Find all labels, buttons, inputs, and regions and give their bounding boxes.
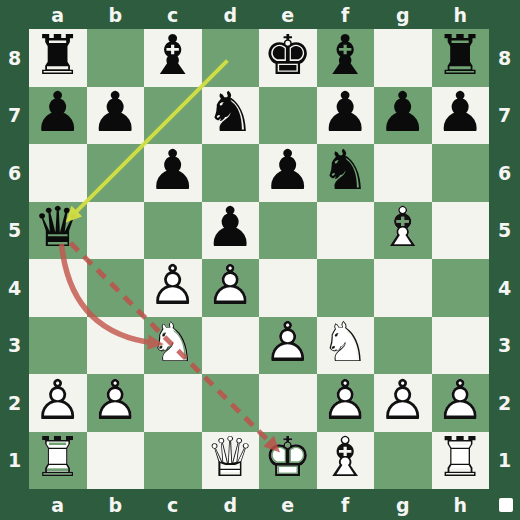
rank-labels-left: 87654321 bbox=[0, 29, 29, 489]
black-pawn-icon: ♟ bbox=[263, 143, 312, 198]
rank-label-6: 6 bbox=[489, 144, 520, 202]
white-pawn-icon: ♙ bbox=[148, 258, 197, 313]
square-h7[interactable]: ♟ bbox=[432, 87, 490, 145]
square-d2[interactable] bbox=[202, 374, 260, 432]
piece-white-knight-c3[interactable]: ♞♘ bbox=[144, 317, 202, 375]
square-f4[interactable] bbox=[317, 259, 375, 317]
white-bishop-icon: ♗ bbox=[321, 431, 370, 486]
file-label-g: g bbox=[374, 0, 432, 29]
piece-black-pawn-b7[interactable]: ♟ bbox=[87, 87, 145, 145]
square-h1[interactable]: ♜♖ bbox=[432, 432, 490, 490]
black-pawn-icon: ♟ bbox=[148, 143, 197, 198]
piece-black-queen-a5[interactable]: ♛ bbox=[29, 202, 87, 260]
square-f7[interactable]: ♟ bbox=[317, 87, 375, 145]
square-b1[interactable] bbox=[87, 432, 145, 490]
rank-labels-right: 87654321 bbox=[489, 29, 520, 489]
file-label-d: d bbox=[202, 489, 260, 520]
square-c5[interactable] bbox=[144, 202, 202, 260]
square-e3[interactable]: ♟♙ bbox=[259, 317, 317, 375]
square-f6[interactable]: ♞ bbox=[317, 144, 375, 202]
square-e6[interactable]: ♟ bbox=[259, 144, 317, 202]
square-d3[interactable] bbox=[202, 317, 260, 375]
rank-label-5: 5 bbox=[0, 202, 29, 260]
square-b8[interactable] bbox=[87, 29, 145, 87]
white-pawn-icon: ♙ bbox=[436, 373, 485, 428]
rank-label-1: 1 bbox=[489, 432, 520, 490]
black-queen-icon: ♛ bbox=[33, 201, 82, 256]
white-pawn-icon: ♙ bbox=[321, 373, 370, 428]
file-label-d: d bbox=[202, 0, 260, 29]
piece-black-pawn-a7[interactable]: ♟ bbox=[29, 87, 87, 145]
square-e1[interactable]: ♚♔ bbox=[259, 432, 317, 490]
piece-black-pawn-d5[interactable]: ♟ bbox=[202, 202, 260, 260]
file-label-c: c bbox=[144, 489, 202, 520]
square-b3[interactable] bbox=[87, 317, 145, 375]
piece-white-bishop-g5[interactable]: ♝♗ bbox=[374, 202, 432, 260]
square-e8[interactable]: ♚ bbox=[259, 29, 317, 87]
piece-white-pawn-b2[interactable]: ♟♙ bbox=[87, 374, 145, 432]
square-c7[interactable] bbox=[144, 87, 202, 145]
white-bishop-icon: ♗ bbox=[378, 201, 427, 256]
square-f2[interactable]: ♟♙ bbox=[317, 374, 375, 432]
square-b5[interactable] bbox=[87, 202, 145, 260]
square-c8[interactable]: ♝ bbox=[144, 29, 202, 87]
piece-white-pawn-f2[interactable]: ♟♙ bbox=[317, 374, 375, 432]
square-d5[interactable]: ♟ bbox=[202, 202, 260, 260]
black-bishop-icon: ♝ bbox=[148, 28, 197, 83]
piece-black-bishop-c8[interactable]: ♝ bbox=[144, 29, 202, 87]
rank-label-4: 4 bbox=[0, 259, 29, 317]
piece-white-pawn-a2[interactable]: ♟♙ bbox=[29, 374, 87, 432]
square-a5[interactable]: ♛ bbox=[29, 202, 87, 260]
file-label-b: b bbox=[87, 489, 145, 520]
white-knight-icon: ♘ bbox=[148, 316, 197, 371]
file-label-h: h bbox=[432, 489, 490, 520]
black-pawn-icon: ♟ bbox=[436, 86, 485, 141]
white-pawn-icon: ♙ bbox=[91, 373, 140, 428]
square-f8[interactable]: ♝ bbox=[317, 29, 375, 87]
piece-black-pawn-h7[interactable]: ♟ bbox=[432, 87, 490, 145]
white-queen-icon: ♕ bbox=[206, 431, 255, 486]
piece-black-pawn-g7[interactable]: ♟ bbox=[374, 87, 432, 145]
piece-white-pawn-h2[interactable]: ♟♙ bbox=[432, 374, 490, 432]
file-label-b: b bbox=[87, 0, 145, 29]
square-a7[interactable]: ♟ bbox=[29, 87, 87, 145]
rank-label-2: 2 bbox=[0, 374, 29, 432]
rank-label-4: 4 bbox=[489, 259, 520, 317]
square-a8[interactable]: ♜ bbox=[29, 29, 87, 87]
piece-white-king-e1[interactable]: ♚♔ bbox=[259, 432, 317, 490]
square-c2[interactable] bbox=[144, 374, 202, 432]
square-d8[interactable] bbox=[202, 29, 260, 87]
piece-black-bishop-f8[interactable]: ♝ bbox=[317, 29, 375, 87]
piece-black-knight-d7[interactable]: ♞ bbox=[202, 87, 260, 145]
white-pawn-icon: ♙ bbox=[263, 316, 312, 371]
square-a4[interactable] bbox=[29, 259, 87, 317]
file-label-g: g bbox=[374, 489, 432, 520]
square-g5[interactable]: ♝♗ bbox=[374, 202, 432, 260]
square-e7[interactable] bbox=[259, 87, 317, 145]
white-king-icon: ♔ bbox=[263, 431, 312, 486]
square-c4[interactable]: ♟♙ bbox=[144, 259, 202, 317]
piece-white-knight-f3[interactable]: ♞♘ bbox=[317, 317, 375, 375]
rank-label-7: 7 bbox=[0, 87, 29, 145]
square-g2[interactable]: ♟♙ bbox=[374, 374, 432, 432]
square-b2[interactable]: ♟♙ bbox=[87, 374, 145, 432]
square-e2[interactable] bbox=[259, 374, 317, 432]
piece-black-pawn-e6[interactable]: ♟ bbox=[259, 144, 317, 202]
black-bishop-icon: ♝ bbox=[321, 28, 370, 83]
piece-white-queen-d1[interactable]: ♛♕ bbox=[202, 432, 260, 490]
piece-black-rook-h8[interactable]: ♜ bbox=[432, 29, 490, 87]
square-a3[interactable] bbox=[29, 317, 87, 375]
black-pawn-icon: ♟ bbox=[378, 86, 427, 141]
black-king-icon: ♚ bbox=[263, 28, 312, 83]
piece-black-king-e8[interactable]: ♚ bbox=[259, 29, 317, 87]
white-rook-icon: ♖ bbox=[33, 431, 82, 486]
black-pawn-icon: ♟ bbox=[91, 86, 140, 141]
piece-black-pawn-c6[interactable]: ♟ bbox=[144, 144, 202, 202]
black-pawn-icon: ♟ bbox=[206, 201, 255, 256]
piece-black-rook-a8[interactable]: ♜ bbox=[29, 29, 87, 87]
square-g7[interactable]: ♟ bbox=[374, 87, 432, 145]
piece-white-pawn-g2[interactable]: ♟♙ bbox=[374, 374, 432, 432]
square-d7[interactable]: ♞ bbox=[202, 87, 260, 145]
chessboard-frame: abcdefgh abcdefgh 87654321 87654321 ♜♝♚♝… bbox=[0, 0, 520, 520]
rank-label-8: 8 bbox=[489, 29, 520, 87]
rank-label-7: 7 bbox=[489, 87, 520, 145]
piece-white-pawn-c4[interactable]: ♟♙ bbox=[144, 259, 202, 317]
white-pawn-icon: ♙ bbox=[206, 258, 255, 313]
piece-white-pawn-d4[interactable]: ♟♙ bbox=[202, 259, 260, 317]
square-h4[interactable] bbox=[432, 259, 490, 317]
file-labels-bottom: abcdefgh bbox=[29, 489, 489, 520]
file-label-e: e bbox=[259, 489, 317, 520]
file-labels-top: abcdefgh bbox=[29, 0, 489, 29]
rank-label-6: 6 bbox=[0, 144, 29, 202]
square-g1[interactable] bbox=[374, 432, 432, 490]
square-g8[interactable] bbox=[374, 29, 432, 87]
piece-white-rook-a1[interactable]: ♜♖ bbox=[29, 432, 87, 490]
rank-label-1: 1 bbox=[0, 432, 29, 490]
square-d1[interactable]: ♛♕ bbox=[202, 432, 260, 490]
piece-black-pawn-f7[interactable]: ♟ bbox=[317, 87, 375, 145]
white-knight-icon: ♘ bbox=[321, 316, 370, 371]
piece-black-knight-f6[interactable]: ♞ bbox=[317, 144, 375, 202]
square-f3[interactable]: ♞♘ bbox=[317, 317, 375, 375]
square-e4[interactable] bbox=[259, 259, 317, 317]
square-h8[interactable]: ♜ bbox=[432, 29, 490, 87]
rank-label-3: 3 bbox=[0, 317, 29, 375]
square-g6[interactable] bbox=[374, 144, 432, 202]
black-pawn-icon: ♟ bbox=[33, 86, 82, 141]
black-knight-icon: ♞ bbox=[206, 86, 255, 141]
square-c3[interactable]: ♞♘ bbox=[144, 317, 202, 375]
square-h3[interactable] bbox=[432, 317, 490, 375]
black-rook-icon: ♜ bbox=[33, 28, 82, 83]
chess-board: ♜♝♚♝♜♟♟♞♟♟♟♟♟♞♛♟♝♗♟♙♟♙♞♘♟♙♞♘♟♙♟♙♟♙♟♙♟♙♜♖… bbox=[29, 29, 489, 489]
rank-label-5: 5 bbox=[489, 202, 520, 260]
square-f1[interactable]: ♝♗ bbox=[317, 432, 375, 490]
white-rook-icon: ♖ bbox=[436, 431, 485, 486]
square-a6[interactable] bbox=[29, 144, 87, 202]
square-a1[interactable]: ♜♖ bbox=[29, 432, 87, 490]
piece-white-rook-h1[interactable]: ♜♖ bbox=[432, 432, 490, 490]
square-d4[interactable]: ♟♙ bbox=[202, 259, 260, 317]
piece-white-bishop-f1[interactable]: ♝♗ bbox=[317, 432, 375, 490]
piece-white-pawn-e3[interactable]: ♟♙ bbox=[259, 317, 317, 375]
rank-label-2: 2 bbox=[489, 374, 520, 432]
square-h2[interactable]: ♟♙ bbox=[432, 374, 490, 432]
square-h5[interactable] bbox=[432, 202, 490, 260]
square-d6[interactable] bbox=[202, 144, 260, 202]
file-label-f: f bbox=[317, 489, 375, 520]
square-b6[interactable] bbox=[87, 144, 145, 202]
rank-label-8: 8 bbox=[0, 29, 29, 87]
square-c6[interactable]: ♟ bbox=[144, 144, 202, 202]
white-pawn-icon: ♙ bbox=[378, 373, 427, 428]
square-g3[interactable] bbox=[374, 317, 432, 375]
square-b4[interactable] bbox=[87, 259, 145, 317]
square-c1[interactable] bbox=[144, 432, 202, 490]
black-rook-icon: ♜ bbox=[436, 28, 485, 83]
square-g4[interactable] bbox=[374, 259, 432, 317]
file-label-a: a bbox=[29, 489, 87, 520]
square-b7[interactable]: ♟ bbox=[87, 87, 145, 145]
square-h6[interactable] bbox=[432, 144, 490, 202]
rank-label-3: 3 bbox=[489, 317, 520, 375]
white-to-move-indicator bbox=[499, 498, 513, 512]
white-pawn-icon: ♙ bbox=[33, 373, 82, 428]
square-f5[interactable] bbox=[317, 202, 375, 260]
black-knight-icon: ♞ bbox=[321, 143, 370, 198]
square-a2[interactable]: ♟♙ bbox=[29, 374, 87, 432]
square-e5[interactable] bbox=[259, 202, 317, 260]
black-pawn-icon: ♟ bbox=[321, 86, 370, 141]
